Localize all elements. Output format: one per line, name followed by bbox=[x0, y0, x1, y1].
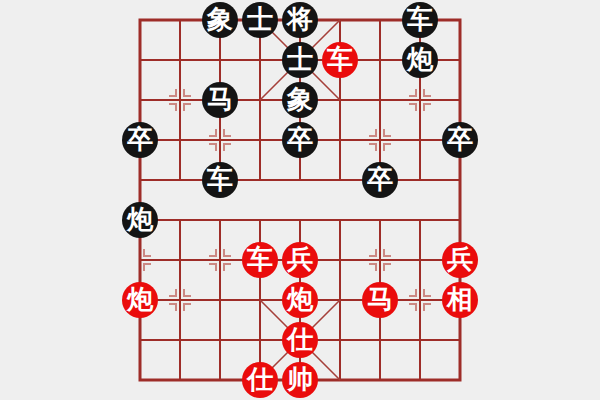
piece-black-cannon[interactable]: 炮 bbox=[402, 42, 438, 78]
piece-red-elephant[interactable]: 相 bbox=[442, 282, 478, 318]
piece-black-general[interactable]: 将 bbox=[282, 2, 318, 38]
piece-black-cannon[interactable]: 炮 bbox=[122, 202, 158, 238]
piece-black-soldier[interactable]: 卒 bbox=[282, 122, 318, 158]
piece-red-advisor[interactable]: 仕 bbox=[282, 322, 318, 358]
piece-black-soldier[interactable]: 卒 bbox=[362, 162, 398, 198]
piece-red-horse[interactable]: 马 bbox=[362, 282, 398, 318]
piece-red-soldier[interactable]: 兵 bbox=[442, 242, 478, 278]
piece-black-advisor[interactable]: 士 bbox=[242, 2, 278, 38]
piece-red-chariot[interactable]: 车 bbox=[322, 42, 358, 78]
piece-red-cannon[interactable]: 炮 bbox=[122, 282, 158, 318]
piece-red-soldier[interactable]: 兵 bbox=[282, 242, 318, 278]
piece-red-chariot[interactable]: 车 bbox=[242, 242, 278, 278]
piece-black-chariot[interactable]: 车 bbox=[202, 162, 238, 198]
piece-red-general[interactable]: 帅 bbox=[282, 362, 318, 398]
piece-black-chariot[interactable]: 车 bbox=[402, 2, 438, 38]
piece-red-cannon[interactable]: 炮 bbox=[282, 282, 318, 318]
xiangqi-board: 象士将车士车炮马象卒卒卒车卒炮车兵兵炮炮马相仕仕帅 bbox=[0, 0, 600, 400]
piece-red-advisor[interactable]: 仕 bbox=[242, 362, 278, 398]
piece-black-elephant[interactable]: 象 bbox=[202, 2, 238, 38]
piece-black-advisor[interactable]: 士 bbox=[282, 42, 318, 78]
piece-black-soldier[interactable]: 卒 bbox=[122, 122, 158, 158]
piece-black-soldier[interactable]: 卒 bbox=[442, 122, 478, 158]
piece-black-elephant[interactable]: 象 bbox=[282, 82, 318, 118]
piece-black-horse[interactable]: 马 bbox=[202, 82, 238, 118]
